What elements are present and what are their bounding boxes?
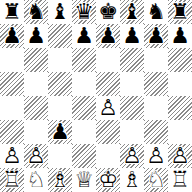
square-f5[interactable] (120, 72, 144, 96)
square-c5[interactable] (48, 72, 72, 96)
square-h1[interactable]: ♖ (168, 168, 192, 192)
square-f3[interactable] (120, 120, 144, 144)
square-a3[interactable] (0, 120, 24, 144)
square-f6[interactable] (120, 48, 144, 72)
square-h2[interactable]: ♙ (168, 144, 192, 168)
square-e4[interactable]: ♙ (96, 96, 120, 120)
white-pawn-h2[interactable]: ♙ (168, 144, 192, 168)
square-c7[interactable] (48, 24, 72, 48)
square-e6[interactable] (96, 48, 120, 72)
square-a5[interactable] (0, 72, 24, 96)
square-d4[interactable] (72, 96, 96, 120)
square-h7[interactable]: ♟ (168, 24, 192, 48)
square-b1[interactable]: ♘ (24, 168, 48, 192)
square-e2[interactable] (96, 144, 120, 168)
square-g2[interactable]: ♙ (144, 144, 168, 168)
square-a8[interactable]: ♜ (0, 0, 24, 24)
white-knight-b1[interactable]: ♘ (24, 168, 48, 192)
square-b3[interactable] (24, 120, 48, 144)
square-b4[interactable] (24, 96, 48, 120)
square-c2[interactable] (48, 144, 72, 168)
black-pawn-g7[interactable]: ♟ (144, 24, 168, 48)
white-rook-a1[interactable]: ♖ (0, 168, 24, 192)
square-f4[interactable] (120, 96, 144, 120)
square-d7[interactable]: ♟ (72, 24, 96, 48)
black-pawn-e7[interactable]: ♟ (96, 24, 120, 48)
square-g7[interactable]: ♟ (144, 24, 168, 48)
black-bishop-c8[interactable]: ♝ (48, 0, 72, 24)
square-g1[interactable]: ♘ (144, 168, 168, 192)
square-h5[interactable] (168, 72, 192, 96)
white-knight-g1[interactable]: ♘ (144, 168, 168, 192)
square-a6[interactable] (0, 48, 24, 72)
black-pawn-c3[interactable]: ♟ (48, 120, 72, 144)
square-e8[interactable]: ♚ (96, 0, 120, 24)
square-c8[interactable]: ♝ (48, 0, 72, 24)
square-f8[interactable]: ♝ (120, 0, 144, 24)
square-e7[interactable]: ♟ (96, 24, 120, 48)
black-rook-h8[interactable]: ♜ (168, 0, 192, 24)
white-bishop-c1[interactable]: ♗ (48, 168, 72, 192)
black-king-e8[interactable]: ♚ (96, 0, 120, 24)
square-f1[interactable]: ♗ (120, 168, 144, 192)
square-c4[interactable] (48, 96, 72, 120)
square-b8[interactable]: ♞ (24, 0, 48, 24)
square-g4[interactable] (144, 96, 168, 120)
square-g8[interactable]: ♞ (144, 0, 168, 24)
square-g6[interactable] (144, 48, 168, 72)
square-d2[interactable] (72, 144, 96, 168)
square-h8[interactable]: ♜ (168, 0, 192, 24)
square-a7[interactable]: ♟ (0, 24, 24, 48)
white-pawn-b2[interactable]: ♙ (24, 144, 48, 168)
square-b6[interactable] (24, 48, 48, 72)
black-rook-a8[interactable]: ♜ (0, 0, 24, 24)
square-d1[interactable]: ♕ (72, 168, 96, 192)
black-pawn-h7[interactable]: ♟ (168, 24, 192, 48)
black-pawn-d7[interactable]: ♟ (72, 24, 96, 48)
square-e3[interactable] (96, 120, 120, 144)
square-d8[interactable]: ♛ (72, 0, 96, 24)
black-pawn-b7[interactable]: ♟ (24, 24, 48, 48)
square-d3[interactable] (72, 120, 96, 144)
square-a4[interactable] (0, 96, 24, 120)
square-e1[interactable]: ♔ (96, 168, 120, 192)
white-pawn-g2[interactable]: ♙ (144, 144, 168, 168)
black-knight-b8[interactable]: ♞ (24, 0, 48, 24)
square-d6[interactable] (72, 48, 96, 72)
white-queen-d1[interactable]: ♕ (72, 168, 96, 192)
white-bishop-f1[interactable]: ♗ (120, 168, 144, 192)
black-knight-g8[interactable]: ♞ (144, 0, 168, 24)
square-c3[interactable]: ♟ (48, 120, 72, 144)
square-h3[interactable] (168, 120, 192, 144)
chess-board: ♜♞♝♛♚♝♞♜♟♟♟♟♟♟♟♙♟♙♙♙♙♙♖♘♗♕♔♗♘♖ (0, 0, 192, 192)
square-b7[interactable]: ♟ (24, 24, 48, 48)
square-g5[interactable] (144, 72, 168, 96)
square-b2[interactable]: ♙ (24, 144, 48, 168)
square-b5[interactable] (24, 72, 48, 96)
white-king-e1[interactable]: ♔ (96, 168, 120, 192)
square-g3[interactable] (144, 120, 168, 144)
square-a1[interactable]: ♖ (0, 168, 24, 192)
black-bishop-f8[interactable]: ♝ (120, 0, 144, 24)
square-f2[interactable]: ♙ (120, 144, 144, 168)
white-pawn-a2[interactable]: ♙ (0, 144, 24, 168)
square-c6[interactable] (48, 48, 72, 72)
white-pawn-e4[interactable]: ♙ (96, 96, 120, 120)
white-pawn-f2[interactable]: ♙ (120, 144, 144, 168)
black-pawn-f7[interactable]: ♟ (120, 24, 144, 48)
square-a2[interactable]: ♙ (0, 144, 24, 168)
black-pawn-a7[interactable]: ♟ (0, 24, 24, 48)
white-rook-h1[interactable]: ♖ (168, 168, 192, 192)
square-c1[interactable]: ♗ (48, 168, 72, 192)
square-e5[interactable] (96, 72, 120, 96)
square-h6[interactable] (168, 48, 192, 72)
black-queen-d8[interactable]: ♛ (72, 0, 96, 24)
square-f7[interactable]: ♟ (120, 24, 144, 48)
square-d5[interactable] (72, 72, 96, 96)
square-h4[interactable] (168, 96, 192, 120)
